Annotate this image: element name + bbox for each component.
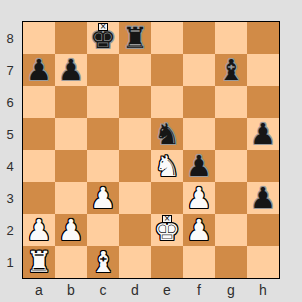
square-h3[interactable]: ♟ — [247, 182, 279, 214]
square-g6[interactable] — [215, 86, 247, 118]
piece-white-pawn[interactable]: ♟ — [26, 214, 52, 246]
square-e1[interactable] — [151, 246, 183, 278]
square-a8[interactable] — [23, 22, 55, 54]
piece-white-pawn[interactable]: ♟ — [186, 214, 212, 246]
square-b5[interactable] — [55, 118, 87, 150]
square-a5[interactable] — [23, 118, 55, 150]
square-e8[interactable] — [151, 22, 183, 54]
piece-white-pawn[interactable]: ♟ — [186, 182, 212, 214]
file-labels: abcdefgh — [23, 280, 279, 300]
square-e7[interactable] — [151, 54, 183, 86]
piece-black-pawn[interactable]: ♟ — [26, 54, 52, 86]
king-crest-icon: × — [98, 23, 108, 31]
rank-label-2: 2 — [0, 214, 20, 246]
square-g8[interactable] — [215, 22, 247, 54]
square-g1[interactable] — [215, 246, 247, 278]
square-g5[interactable] — [215, 118, 247, 150]
square-c7[interactable] — [87, 54, 119, 86]
square-h4[interactable] — [247, 150, 279, 182]
piece-black-pawn[interactable]: ♟ — [186, 150, 212, 182]
square-d3[interactable] — [119, 182, 151, 214]
square-a6[interactable] — [23, 86, 55, 118]
file-label-d: d — [119, 280, 151, 300]
square-c8[interactable]: ♚× — [87, 22, 119, 54]
file-label-c: c — [87, 280, 119, 300]
square-a3[interactable] — [23, 182, 55, 214]
rank-label-7: 7 — [0, 54, 20, 86]
rank-label-3: 3 — [0, 182, 20, 214]
king-crest-icon: × — [162, 215, 172, 223]
square-f3[interactable]: ♟ — [183, 182, 215, 214]
file-label-f: f — [183, 280, 215, 300]
square-h5[interactable]: ♟ — [247, 118, 279, 150]
rank-label-6: 6 — [0, 86, 20, 118]
rank-label-8: 8 — [0, 22, 20, 54]
square-h7[interactable] — [247, 54, 279, 86]
square-d8[interactable]: ♜ — [119, 22, 151, 54]
square-e2[interactable]: ♚× — [151, 214, 183, 246]
rank-labels: 87654321 — [0, 22, 20, 278]
square-a1[interactable]: ♜ — [23, 246, 55, 278]
piece-white-knight[interactable]: ♞ — [154, 150, 180, 182]
square-b7[interactable]: ♟ — [55, 54, 87, 86]
square-h8[interactable] — [247, 22, 279, 54]
square-c3[interactable]: ♟ — [87, 182, 119, 214]
square-g2[interactable] — [215, 214, 247, 246]
file-label-a: a — [23, 280, 55, 300]
square-b1[interactable] — [55, 246, 87, 278]
square-e5[interactable]: ♞ — [151, 118, 183, 150]
rank-label-1: 1 — [0, 246, 20, 278]
piece-black-knight[interactable]: ♞ — [154, 118, 180, 150]
square-e6[interactable] — [151, 86, 183, 118]
square-a4[interactable] — [23, 150, 55, 182]
chess-board[interactable]: ♚×♜♟♟♝♞♟♞♟♟♟♟♟♟♚×♟♜♝ — [22, 21, 280, 279]
square-h2[interactable] — [247, 214, 279, 246]
square-c4[interactable] — [87, 150, 119, 182]
square-c6[interactable] — [87, 86, 119, 118]
square-f1[interactable] — [183, 246, 215, 278]
square-f4[interactable]: ♟ — [183, 150, 215, 182]
square-h6[interactable] — [247, 86, 279, 118]
piece-black-pawn[interactable]: ♟ — [58, 54, 84, 86]
square-d4[interactable] — [119, 150, 151, 182]
square-d1[interactable] — [119, 246, 151, 278]
file-label-g: g — [215, 280, 247, 300]
square-c2[interactable] — [87, 214, 119, 246]
square-c1[interactable]: ♝ — [87, 246, 119, 278]
rank-label-4: 4 — [0, 150, 20, 182]
square-b2[interactable]: ♟ — [55, 214, 87, 246]
piece-white-bishop[interactable]: ♝ — [90, 246, 116, 278]
square-f5[interactable] — [183, 118, 215, 150]
square-g7[interactable]: ♝ — [215, 54, 247, 86]
piece-white-pawn[interactable]: ♟ — [90, 182, 116, 214]
chess-diagram: 87654321 ♚×♜♟♟♝♞♟♞♟♟♟♟♟♟♚×♟♜♝ abcdefgh — [0, 0, 302, 302]
square-g4[interactable] — [215, 150, 247, 182]
piece-white-pawn[interactable]: ♟ — [58, 214, 84, 246]
file-label-e: e — [151, 280, 183, 300]
square-f6[interactable] — [183, 86, 215, 118]
square-f8[interactable] — [183, 22, 215, 54]
rank-label-5: 5 — [0, 118, 20, 150]
square-b3[interactable] — [55, 182, 87, 214]
square-d5[interactable] — [119, 118, 151, 150]
square-e3[interactable] — [151, 182, 183, 214]
square-d7[interactable] — [119, 54, 151, 86]
square-d2[interactable] — [119, 214, 151, 246]
square-b6[interactable] — [55, 86, 87, 118]
file-label-b: b — [55, 280, 87, 300]
piece-black-bishop[interactable]: ♝ — [218, 54, 244, 86]
square-f2[interactable]: ♟ — [183, 214, 215, 246]
square-d6[interactable] — [119, 86, 151, 118]
square-h1[interactable] — [247, 246, 279, 278]
piece-black-pawn[interactable]: ♟ — [250, 182, 276, 214]
square-b4[interactable] — [55, 150, 87, 182]
file-label-h: h — [247, 280, 279, 300]
square-b8[interactable] — [55, 22, 87, 54]
piece-black-rook[interactable]: ♜ — [122, 22, 148, 54]
piece-black-pawn[interactable]: ♟ — [250, 118, 276, 150]
square-c5[interactable] — [87, 118, 119, 150]
square-g3[interactable] — [215, 182, 247, 214]
piece-white-rook[interactable]: ♜ — [26, 246, 52, 278]
square-e4[interactable]: ♞ — [151, 150, 183, 182]
square-a2[interactable]: ♟ — [23, 214, 55, 246]
square-f7[interactable] — [183, 54, 215, 86]
square-a7[interactable]: ♟ — [23, 54, 55, 86]
